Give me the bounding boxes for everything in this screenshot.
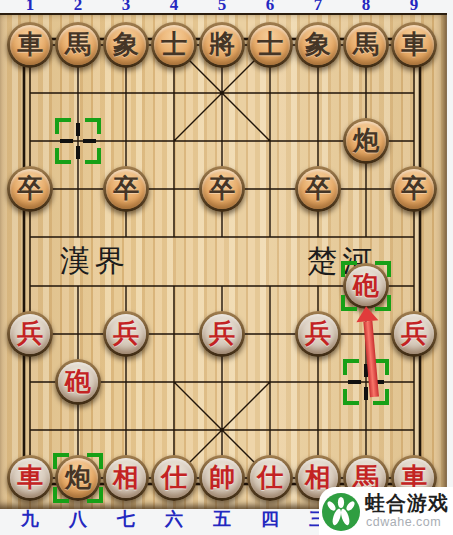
piece-red-soldier[interactable]: 兵 (7, 311, 53, 357)
file-label-top-9: 9 (404, 0, 424, 13)
piece-character: 卒 (202, 169, 242, 209)
frog-logo-icon (322, 493, 360, 531)
piece-black-soldier[interactable]: 卒 (295, 166, 341, 212)
piece-character: 兵 (202, 314, 242, 354)
piece-black-soldier[interactable]: 卒 (7, 166, 53, 212)
piece-red-soldier[interactable]: 兵 (199, 311, 245, 357)
file-label-top-1: 1 (20, 0, 40, 13)
piece-black-chariot[interactable]: 車 (7, 22, 53, 68)
piece-black-soldier[interactable]: 卒 (103, 166, 149, 212)
piece-character: 兵 (298, 314, 338, 354)
piece-character: 象 (298, 25, 338, 65)
piece-black-elephant[interactable]: 象 (103, 22, 149, 68)
file-label-bottom-6: 四 (260, 509, 280, 529)
piece-character: 卒 (10, 169, 50, 209)
piece-character: 兵 (106, 314, 146, 354)
piece-character: 砲 (346, 266, 386, 306)
file-label-bottom-4: 六 (164, 509, 184, 529)
piece-black-cannon[interactable]: 炮 (343, 118, 389, 164)
piece-black-soldier[interactable]: 卒 (199, 166, 245, 212)
piece-character: 車 (10, 458, 50, 498)
piece-red-general[interactable]: 帥 (199, 455, 245, 501)
piece-character: 兵 (10, 314, 50, 354)
file-label-bottom-1: 九 (20, 509, 40, 529)
piece-black-general[interactable]: 將 (199, 22, 245, 68)
piece-character: 卒 (394, 169, 434, 209)
piece-character: 砲 (58, 362, 98, 402)
file-label-top-8: 8 (356, 0, 376, 13)
piece-black-cannon[interactable]: 炮 (55, 455, 101, 501)
piece-character: 士 (250, 25, 290, 65)
piece-red-cannon[interactable]: 砲 (55, 359, 101, 405)
file-label-top-7: 7 (308, 0, 328, 13)
watermark: 蛙合游戏 cdwahe.com (319, 487, 453, 535)
piece-red-advisor[interactable]: 仕 (247, 455, 293, 501)
piece-character: 相 (106, 458, 146, 498)
piece-character: 車 (394, 25, 434, 65)
piece-character: 仕 (250, 458, 290, 498)
piece-black-advisor[interactable]: 士 (151, 22, 197, 68)
piece-character: 馬 (58, 25, 98, 65)
piece-black-chariot[interactable]: 車 (391, 22, 437, 68)
piece-red-soldier[interactable]: 兵 (295, 311, 341, 357)
piece-red-soldier[interactable]: 兵 (103, 311, 149, 357)
piece-character: 馬 (346, 25, 386, 65)
piece-character: 帥 (202, 458, 242, 498)
piece-character: 卒 (298, 169, 338, 209)
piece-red-chariot[interactable]: 車 (7, 455, 53, 501)
piece-character: 仕 (154, 458, 194, 498)
piece-character: 炮 (58, 458, 98, 498)
file-label-top-6: 6 (260, 0, 280, 13)
piece-character: 卒 (106, 169, 146, 209)
piece-red-soldier[interactable]: 兵 (391, 311, 437, 357)
file-label-bottom-3: 七 (116, 509, 136, 529)
file-label-bottom-2: 八 (68, 509, 88, 529)
piece-red-advisor[interactable]: 仕 (151, 455, 197, 501)
river-label-hanjie: 漢界 (60, 245, 130, 277)
file-label-top-2: 2 (68, 0, 88, 13)
piece-black-soldier[interactable]: 卒 (391, 166, 437, 212)
piece-character: 象 (106, 25, 146, 65)
piece-red-cannon[interactable]: 砲 (343, 263, 389, 309)
piece-character: 炮 (346, 121, 386, 161)
piece-black-advisor[interactable]: 士 (247, 22, 293, 68)
piece-red-elephant[interactable]: 相 (103, 455, 149, 501)
piece-black-horse[interactable]: 馬 (55, 22, 101, 68)
piece-character: 將 (202, 25, 242, 65)
watermark-domain: cdwahe.com (366, 515, 441, 529)
piece-black-elephant[interactable]: 象 (295, 22, 341, 68)
piece-character: 士 (154, 25, 194, 65)
file-label-top-5: 5 (212, 0, 232, 13)
file-label-bottom-5: 五 (212, 509, 232, 529)
piece-black-horse[interactable]: 馬 (343, 22, 389, 68)
file-label-top-4: 4 (164, 0, 184, 13)
watermark-site-name: 蛙合游戏 (365, 492, 449, 514)
xiangqi-app: 漢界 楚河 123456789九八七六五四三二一車馬象士將士象馬車炮卒卒卒卒卒炮… (0, 0, 453, 535)
piece-character: 兵 (394, 314, 434, 354)
file-label-top-3: 3 (116, 0, 136, 13)
piece-character: 車 (10, 25, 50, 65)
